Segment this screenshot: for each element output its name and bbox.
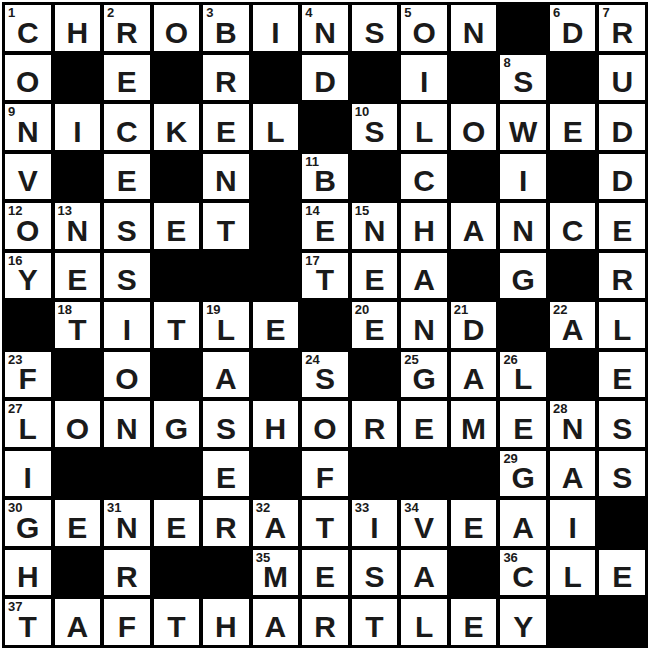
cell-letter: A <box>253 513 299 543</box>
cell-letter: O <box>5 67 51 97</box>
grid-cell-r3c10[interactable]: I <box>500 154 546 200</box>
cell-letter: E <box>451 513 497 543</box>
cell-letter: A <box>401 265 447 295</box>
grid-cell-r1c10[interactable]: 8S <box>500 55 546 101</box>
grid-cell-r11c8[interactable]: A <box>401 550 447 596</box>
grid-cell-r8c6[interactable]: O <box>302 401 348 447</box>
cell-letter: E <box>55 513 101 543</box>
cell-letter: S <box>203 414 249 444</box>
grid-cell-r3c6[interactable]: 11B <box>302 154 348 200</box>
cell-letter: O <box>154 18 200 48</box>
grid-cell-r10c4[interactable]: R <box>203 500 249 546</box>
cell-letter: N <box>352 216 398 246</box>
grid-cell-r9c10[interactable]: 29G <box>500 451 546 497</box>
block-cell-r1c1 <box>55 55 101 101</box>
grid-cell-r0c8[interactable]: 5O <box>401 5 447 51</box>
cell-letter: I <box>352 513 398 543</box>
grid-cell-r7c8[interactable]: 25G <box>401 352 447 398</box>
grid-cell-r1c0[interactable]: O <box>5 55 51 101</box>
grid-cell-r8c9[interactable]: M <box>451 401 497 447</box>
cell-letter: S <box>500 67 546 97</box>
block-cell-r9c1 <box>55 451 101 497</box>
cell-letter: S <box>104 216 150 246</box>
grid-cell-r8c3[interactable]: G <box>154 401 200 447</box>
cell-letter: T <box>154 315 200 345</box>
block-cell-r3c11 <box>550 154 596 200</box>
cell-letter: N <box>550 414 596 444</box>
grid-cell-r10c1[interactable]: E <box>55 500 101 546</box>
grid-cell-r5c10[interactable]: G <box>500 253 546 299</box>
block-cell-r7c11 <box>550 352 596 398</box>
grid-cell-r2c7[interactable]: 10S <box>352 104 398 150</box>
grid-cell-r2c8[interactable]: L <box>401 104 447 150</box>
cell-letter: G <box>154 414 200 444</box>
cell-letter: A <box>253 612 299 642</box>
grid-cell-r0c12[interactable]: 7R <box>599 5 645 51</box>
block-cell-r12c11 <box>550 599 596 645</box>
grid-cell-r4c9[interactable]: A <box>451 203 497 249</box>
cell-letter: N <box>55 216 101 246</box>
cell-letter: T <box>302 265 348 295</box>
cell-letter: H <box>253 414 299 444</box>
grid-cell-r2c1[interactable]: I <box>55 104 101 150</box>
cell-letter: R <box>203 513 249 543</box>
block-cell-r9c9 <box>451 451 497 497</box>
cell-letter: H <box>401 216 447 246</box>
cell-letter: G <box>5 513 51 543</box>
cell-letter: N <box>104 513 150 543</box>
grid-cell-r7c6[interactable]: 24S <box>302 352 348 398</box>
grid-cell-r6c2[interactable]: I <box>104 302 150 348</box>
cell-letter: A <box>451 364 497 394</box>
block-cell-r11c1 <box>55 550 101 596</box>
cell-letter: A <box>550 315 596 345</box>
cell-letter: L <box>599 315 645 345</box>
grid-cell-r9c6[interactable]: F <box>302 451 348 497</box>
grid-cell-r2c12[interactable]: D <box>599 104 645 150</box>
grid-cell-r10c11[interactable]: I <box>550 500 596 546</box>
cell-letter: F <box>104 612 150 642</box>
cell-letter: E <box>302 562 348 592</box>
cell-letter: E <box>203 117 249 147</box>
cell-letter: R <box>352 414 398 444</box>
grid-cell-r1c2[interactable]: E <box>104 55 150 101</box>
cell-letter: A <box>203 364 249 394</box>
grid-cell-r8c12[interactable]: S <box>599 401 645 447</box>
cell-letter: A <box>451 216 497 246</box>
grid-cell-r7c9[interactable]: A <box>451 352 497 398</box>
cell-letter: N <box>104 414 150 444</box>
block-cell-r3c3 <box>154 154 200 200</box>
grid-cell-r4c8[interactable]: H <box>401 203 447 249</box>
cell-letter: L <box>500 364 546 394</box>
grid-cell-r6c7[interactable]: 20E <box>352 302 398 348</box>
grid-cell-r4c4[interactable]: T <box>203 203 249 249</box>
cell-letter: O <box>55 414 101 444</box>
grid-cell-r12c4[interactable]: H <box>203 599 249 645</box>
cell-letter: C <box>500 562 546 592</box>
grid-cell-r0c1[interactable]: H <box>55 5 101 51</box>
block-cell-r9c3 <box>154 451 200 497</box>
cell-letter: E <box>599 364 645 394</box>
cell-letter: R <box>104 18 150 48</box>
grid-cell-r2c0[interactable]: 9N <box>5 104 51 150</box>
block-cell-r5c4 <box>203 253 249 299</box>
cell-letter: M <box>253 562 299 592</box>
cell-letter: A <box>500 513 546 543</box>
cell-letter: H <box>5 562 51 592</box>
block-cell-r5c11 <box>550 253 596 299</box>
grid-cell-r3c12[interactable]: D <box>599 154 645 200</box>
grid-cell-r4c1[interactable]: 13N <box>55 203 101 249</box>
grid-cell-r5c0[interactable]: 16Y <box>5 253 51 299</box>
cell-letter: T <box>5 612 51 642</box>
grid-cell-r9c0[interactable]: I <box>5 451 51 497</box>
grid-cell-r8c4[interactable]: S <box>203 401 249 447</box>
cell-letter: E <box>500 414 546 444</box>
grid-cell-r3c4[interactable]: N <box>203 154 249 200</box>
grid-cell-r0c0[interactable]: 1C <box>5 5 51 51</box>
cell-letter: I <box>104 315 150 345</box>
grid-cell-r8c2[interactable]: N <box>104 401 150 447</box>
grid-cell-r7c2[interactable]: O <box>104 352 150 398</box>
grid-cell-r7c0[interactable]: 23F <box>5 352 51 398</box>
grid-cell-r9c4[interactable]: E <box>203 451 249 497</box>
cell-letter: C <box>401 166 447 196</box>
cell-letter: I <box>401 67 447 97</box>
block-cell-r12c12 <box>599 599 645 645</box>
cell-letter: E <box>401 414 447 444</box>
cell-letter: E <box>352 265 398 295</box>
grid-cell-r3c2[interactable]: E <box>104 154 150 200</box>
grid-cell-r0c11[interactable]: 6D <box>550 5 596 51</box>
cell-letter: S <box>352 117 398 147</box>
block-cell-r9c8 <box>401 451 447 497</box>
grid-cell-r2c5[interactable]: L <box>253 104 299 150</box>
cell-letter: S <box>599 463 645 493</box>
block-cell-r6c10 <box>500 302 546 348</box>
cell-letter: B <box>203 18 249 48</box>
cell-letter: S <box>599 414 645 444</box>
grid-cell-r12c6[interactable]: R <box>302 599 348 645</box>
grid-cell-r10c9[interactable]: E <box>451 500 497 546</box>
grid-cell-r12c1[interactable]: A <box>55 599 101 645</box>
cell-letter: D <box>550 18 596 48</box>
block-cell-r3c7 <box>352 154 398 200</box>
grid-cell-r12c8[interactable]: L <box>401 599 447 645</box>
block-cell-r3c1 <box>55 154 101 200</box>
grid-cell-r12c0[interactable]: 37T <box>5 599 51 645</box>
grid-cell-r5c8[interactable]: A <box>401 253 447 299</box>
block-cell-r9c7 <box>352 451 398 497</box>
block-cell-r9c5 <box>253 451 299 497</box>
grid-cell-r10c2[interactable]: 31N <box>104 500 150 546</box>
cell-letter: I <box>253 18 299 48</box>
grid-cell-r0c3[interactable]: O <box>154 5 200 51</box>
cell-letter: C <box>5 18 51 48</box>
block-cell-r1c11 <box>550 55 596 101</box>
grid-cell-r10c5[interactable]: 32A <box>253 500 299 546</box>
grid-cell-r4c0[interactable]: 12O <box>5 203 51 249</box>
block-cell-r1c5 <box>253 55 299 101</box>
grid-cell-r2c3[interactable]: K <box>154 104 200 150</box>
cell-letter: L <box>253 117 299 147</box>
grid-cell-r0c9[interactable]: N <box>451 5 497 51</box>
cell-letter: K <box>154 117 200 147</box>
cell-letter: A <box>401 562 447 592</box>
cell-letter: S <box>104 265 150 295</box>
block-cell-r6c0 <box>5 302 51 348</box>
cell-letter: L <box>401 117 447 147</box>
grid-cell-r10c3[interactable]: E <box>154 500 200 546</box>
grid-cell-r7c10[interactable]: 26L <box>500 352 546 398</box>
grid-cell-r10c10[interactable]: A <box>500 500 546 546</box>
cell-letter: Y <box>5 265 51 295</box>
grid-cell-r1c6[interactable]: D <box>302 55 348 101</box>
grid-cell-r7c4[interactable]: A <box>203 352 249 398</box>
grid-cell-r8c7[interactable]: R <box>352 401 398 447</box>
cell-letter: R <box>302 612 348 642</box>
cell-letter: O <box>104 364 150 394</box>
grid-cell-r8c0[interactable]: 27L <box>5 401 51 447</box>
grid-cell-r9c11[interactable]: A <box>550 451 596 497</box>
grid-cell-r7c12[interactable]: E <box>599 352 645 398</box>
grid-cell-r0c2[interactable]: 2R <box>104 5 150 51</box>
cell-letter: V <box>5 166 51 196</box>
cell-letter: E <box>352 315 398 345</box>
grid-cell-r8c8[interactable]: E <box>401 401 447 447</box>
grid-cell-r1c12[interactable]: U <box>599 55 645 101</box>
cell-letter: C <box>550 216 596 246</box>
grid-cell-r1c4[interactable]: R <box>203 55 249 101</box>
block-cell-r11c9 <box>451 550 497 596</box>
cell-letter: E <box>451 612 497 642</box>
cell-letter: R <box>599 265 645 295</box>
cell-letter: E <box>302 216 348 246</box>
cell-letter: D <box>451 315 497 345</box>
cell-letter: N <box>451 18 497 48</box>
grid-cell-r5c7[interactable]: E <box>352 253 398 299</box>
grid-cell-r3c8[interactable]: C <box>401 154 447 200</box>
cell-letter: A <box>55 612 101 642</box>
grid-cell-r1c8[interactable]: I <box>401 55 447 101</box>
grid-cell-r0c4[interactable]: 3B <box>203 5 249 51</box>
cell-letter: U <box>599 67 645 97</box>
cell-letter: N <box>401 315 447 345</box>
cell-letter: L <box>203 315 249 345</box>
cell-letter: N <box>500 216 546 246</box>
cell-letter: D <box>302 67 348 97</box>
grid-cell-r10c8[interactable]: 34V <box>401 500 447 546</box>
cell-letter: V <box>401 513 447 543</box>
grid-cell-r2c9[interactable]: O <box>451 104 497 150</box>
cell-letter: I <box>550 513 596 543</box>
grid-cell-r11c10[interactable]: 36C <box>500 550 546 596</box>
grid-cell-r2c2[interactable]: C <box>104 104 150 150</box>
grid-cell-r4c7[interactable]: 15N <box>352 203 398 249</box>
cell-letter: F <box>5 364 51 394</box>
grid-cell-r4c10[interactable]: N <box>500 203 546 249</box>
grid-cell-r6c12[interactable]: L <box>599 302 645 348</box>
cell-letter: C <box>104 117 150 147</box>
cell-letter: G <box>500 463 546 493</box>
grid-cell-r4c11[interactable]: C <box>550 203 596 249</box>
grid-cell-r4c12[interactable]: E <box>599 203 645 249</box>
grid-cell-r5c12[interactable]: R <box>599 253 645 299</box>
cell-letter: Y <box>500 612 546 642</box>
cell-letter: R <box>203 67 249 97</box>
block-cell-r9c2 <box>104 451 150 497</box>
grid-cell-r4c2[interactable]: S <box>104 203 150 249</box>
cell-letter: E <box>203 463 249 493</box>
block-cell-r1c9 <box>451 55 497 101</box>
cell-letter: S <box>352 18 398 48</box>
grid-cell-r6c8[interactable]: N <box>401 302 447 348</box>
cell-letter: H <box>55 18 101 48</box>
cell-letter: E <box>104 166 150 196</box>
cell-letter: I <box>500 166 546 196</box>
grid-cell-r12c3[interactable]: T <box>154 599 200 645</box>
grid-cell-r11c0[interactable]: H <box>5 550 51 596</box>
cell-letter: S <box>302 364 348 394</box>
block-cell-r11c3 <box>154 550 200 596</box>
cell-letter: L <box>550 562 596 592</box>
cell-letter: T <box>352 612 398 642</box>
cell-letter: N <box>203 166 249 196</box>
grid-cell-r0c5[interactable]: I <box>253 5 299 51</box>
grid-cell-r6c4[interactable]: 19L <box>203 302 249 348</box>
grid-cell-r0c7[interactable]: S <box>352 5 398 51</box>
cell-letter: M <box>451 414 497 444</box>
cell-letter: S <box>352 562 398 592</box>
grid-cell-r12c9[interactable]: E <box>451 599 497 645</box>
crossword-board: 1CH2RO3BI4NS5ON6D7ROERDI8SU9NICKEL10SLOW… <box>2 2 648 648</box>
cell-letter: E <box>154 513 200 543</box>
cell-letter: O <box>5 216 51 246</box>
cell-letter: O <box>302 414 348 444</box>
grid-cell-r8c1[interactable]: O <box>55 401 101 447</box>
grid-cell-r9c12[interactable]: S <box>599 451 645 497</box>
block-cell-r7c1 <box>55 352 101 398</box>
cell-letter: D <box>599 166 645 196</box>
grid-cell-r12c10[interactable]: Y <box>500 599 546 645</box>
grid-cell-r5c2[interactable]: S <box>104 253 150 299</box>
block-cell-r5c3 <box>154 253 200 299</box>
grid-cell-r11c12[interactable]: E <box>599 550 645 596</box>
cell-letter: E <box>104 67 150 97</box>
cell-letter: G <box>401 364 447 394</box>
cell-letter: T <box>55 315 101 345</box>
block-cell-r7c3 <box>154 352 200 398</box>
grid-cell-r6c9[interactable]: 21D <box>451 302 497 348</box>
cell-letter: E <box>154 216 200 246</box>
cell-letter: O <box>401 18 447 48</box>
block-cell-r1c7 <box>352 55 398 101</box>
cell-letter: E <box>550 117 596 147</box>
cell-letter: L <box>5 414 51 444</box>
block-cell-r10c12 <box>599 500 645 546</box>
block-cell-r2c6 <box>302 104 348 150</box>
cell-letter: H <box>203 612 249 642</box>
grid-cell-r11c2[interactable]: R <box>104 550 150 596</box>
grid-cell-r12c2[interactable]: F <box>104 599 150 645</box>
cell-letter: F <box>302 463 348 493</box>
grid-cell-r3c0[interactable]: V <box>5 154 51 200</box>
grid-cell-r12c7[interactable]: T <box>352 599 398 645</box>
grid-cell-r6c1[interactable]: 18T <box>55 302 101 348</box>
cell-letter: T <box>203 216 249 246</box>
grid-cell-r10c7[interactable]: 33I <box>352 500 398 546</box>
grid-cell-r10c0[interactable]: 30G <box>5 500 51 546</box>
grid-cell-r4c6[interactable]: 14E <box>302 203 348 249</box>
grid-cell-r5c6[interactable]: 17T <box>302 253 348 299</box>
cell-letter: R <box>104 562 150 592</box>
grid-cell-r12c5[interactable]: A <box>253 599 299 645</box>
crossword-page: 1CH2RO3BI4NS5ON6D7ROERDI8SU9NICKEL10SLOW… <box>0 0 650 650</box>
block-cell-r7c7 <box>352 352 398 398</box>
cell-letter: I <box>55 117 101 147</box>
cell-letter: L <box>401 612 447 642</box>
grid-cell-r11c6[interactable]: E <box>302 550 348 596</box>
grid-cell-r2c11[interactable]: E <box>550 104 596 150</box>
grid-cell-r4c3[interactable]: E <box>154 203 200 249</box>
cell-letter: N <box>302 18 348 48</box>
block-cell-r4c5 <box>253 203 299 249</box>
block-cell-r0c10 <box>500 5 546 51</box>
grid-cell-r11c7[interactable]: S <box>352 550 398 596</box>
block-cell-r7c5 <box>253 352 299 398</box>
block-cell-r5c5 <box>253 253 299 299</box>
grid-cell-r8c10[interactable]: E <box>500 401 546 447</box>
grid-cell-r8c11[interactable]: 28N <box>550 401 596 447</box>
block-cell-r3c5 <box>253 154 299 200</box>
grid-cell-r5c1[interactable]: E <box>55 253 101 299</box>
grid-cell-r6c11[interactable]: 22A <box>550 302 596 348</box>
cell-letter: O <box>451 117 497 147</box>
block-cell-r3c9 <box>451 154 497 200</box>
cell-letter: W <box>500 117 546 147</box>
cell-letter: B <box>302 166 348 196</box>
grid-cell-r11c5[interactable]: 35M <box>253 550 299 596</box>
cell-letter: T <box>154 612 200 642</box>
cell-letter: A <box>550 463 596 493</box>
block-cell-r1c3 <box>154 55 200 101</box>
block-cell-r11c4 <box>203 550 249 596</box>
grid-cell-r6c5[interactable]: E <box>253 302 299 348</box>
grid-cell-r8c5[interactable]: H <box>253 401 299 447</box>
cell-letter: E <box>55 265 101 295</box>
grid-cell-r0c6[interactable]: 4N <box>302 5 348 51</box>
cell-letter: G <box>500 265 546 295</box>
grid-cell-r6c3[interactable]: T <box>154 302 200 348</box>
grid-cell-r2c10[interactable]: W <box>500 104 546 150</box>
cell-letter: N <box>5 117 51 147</box>
grid-cell-r10c6[interactable]: T <box>302 500 348 546</box>
block-cell-r5c9 <box>451 253 497 299</box>
grid-cell-r2c4[interactable]: E <box>203 104 249 150</box>
cell-letter: D <box>599 117 645 147</box>
cell-letter: R <box>599 18 645 48</box>
grid-cell-r11c11[interactable]: L <box>550 550 596 596</box>
cell-letter: E <box>599 562 645 592</box>
cell-letter: E <box>253 315 299 345</box>
block-cell-r6c6 <box>302 302 348 348</box>
cell-letter: T <box>302 513 348 543</box>
cell-letter: E <box>599 216 645 246</box>
cell-letter: I <box>5 463 51 493</box>
